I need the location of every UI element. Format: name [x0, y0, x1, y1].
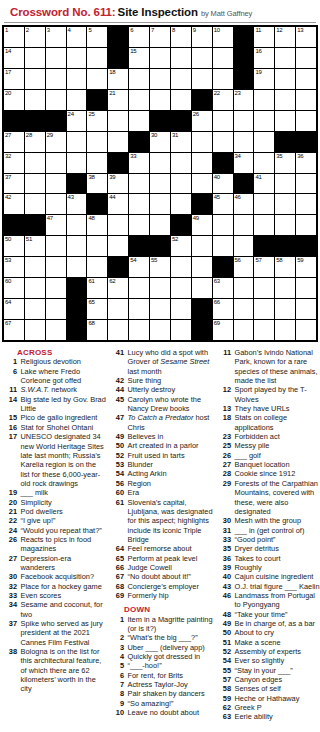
cell-r3c2[interactable] — [25, 69, 45, 89]
clue-number: 59 — [218, 694, 235, 703]
cell-number-61: 61 — [88, 278, 94, 285]
cell-number-69: 69 — [214, 320, 220, 327]
cell-number-49: 49 — [193, 215, 199, 222]
clue-number: 33 — [4, 591, 21, 600]
cell-r5c11[interactable] — [213, 111, 233, 131]
cell-r14c13[interactable] — [254, 299, 274, 319]
cell-r12c5[interactable] — [87, 257, 107, 277]
cell-r14c6[interactable] — [108, 299, 128, 319]
cell-r8c14[interactable] — [275, 174, 295, 194]
cell-r8c5[interactable]: 38 — [87, 174, 107, 194]
across-clue-61: 61Slovenia’s capital, Ljubljana, was des… — [111, 498, 213, 545]
clue-number: 7 — [111, 680, 128, 689]
cell-r6c2[interactable]: 28 — [25, 132, 45, 152]
cell-r1c10[interactable]: 9 — [192, 27, 212, 47]
cell-r15c5[interactable]: 68 — [87, 320, 107, 340]
cell-r14c1[interactable]: 64 — [4, 299, 24, 319]
down-clue-4: 4Quickly got dressed in — [111, 652, 213, 661]
down-clue-33: 33“Good point” — [218, 535, 320, 544]
cell-r9c1[interactable]: 42 — [4, 194, 24, 214]
clue-text: Era — [128, 488, 214, 497]
cell-r3c3[interactable] — [46, 69, 66, 89]
clue-number: 50 — [111, 441, 128, 450]
cell-r15c8[interactable] — [150, 320, 170, 340]
cell-r14c3[interactable] — [46, 299, 66, 319]
cell-r8c7[interactable] — [129, 174, 149, 194]
cell-r8c10[interactable] — [192, 174, 212, 194]
cell-r13c1[interactable]: 60 — [4, 278, 24, 298]
cell-r6c5[interactable] — [87, 132, 107, 152]
cell-r9c2[interactable] — [25, 194, 45, 214]
cell-r14c15[interactable] — [296, 299, 316, 319]
cell-r12c13[interactable]: 57 — [254, 257, 274, 277]
cell-r10c7[interactable] — [129, 215, 149, 235]
clue-text: Formerly hip — [128, 591, 214, 600]
cell-r11c5[interactable] — [87, 236, 107, 256]
cell-r10c8[interactable] — [150, 215, 170, 235]
cell-r15c14[interactable] — [275, 320, 295, 340]
cell-number-34: 34 — [235, 153, 241, 160]
cell-r11c3[interactable] — [46, 236, 66, 256]
cell-r13c6[interactable]: 62 — [108, 278, 128, 298]
cell-r11c10[interactable] — [192, 236, 212, 256]
cell-r10c3[interactable]: 47 — [46, 215, 66, 235]
cell-r11c11[interactable] — [213, 236, 233, 256]
cell-number-3: 3 — [47, 27, 50, 34]
clue-number: 32 — [4, 582, 21, 591]
cell-r4c2[interactable] — [25, 90, 45, 110]
cell-r14c5[interactable]: 65 — [87, 299, 107, 319]
down-clue-39: 39Roughly — [218, 563, 320, 572]
black-square-r15c10 — [192, 320, 212, 340]
cell-r14c12[interactable] — [234, 299, 254, 319]
cell-r7c14[interactable]: 35 — [275, 153, 295, 173]
clue-number: 54 — [218, 656, 235, 665]
cell-r8c1[interactable]: 37 — [4, 174, 24, 194]
crossword-grid[interactable]: 1234567891011121314151617181920212223242… — [2, 25, 318, 342]
cell-r6c1[interactable]: 27 — [4, 132, 24, 152]
cell-r3c13[interactable]: 19 — [254, 69, 274, 89]
cell-r11c6[interactable] — [108, 236, 128, 256]
cell-r1c14[interactable]: 12 — [275, 27, 295, 47]
cell-r10c13[interactable] — [254, 215, 274, 235]
black-square-r12c11 — [213, 257, 233, 277]
cell-r15c3[interactable] — [46, 320, 66, 340]
cell-r1c11[interactable]: 10 — [213, 27, 233, 47]
cell-r2c4[interactable] — [67, 48, 87, 68]
down-clue-58: 58Senses of self — [218, 684, 320, 693]
cell-r9c14[interactable] — [275, 194, 295, 214]
black-square-r3c12 — [234, 69, 254, 89]
cell-r4c14[interactable] — [275, 90, 295, 110]
down-clue-29: 29Forests of the Carpathian Mountains, c… — [218, 479, 320, 516]
cell-number-67: 67 — [5, 320, 11, 327]
clue-number: 11 — [218, 348, 235, 385]
across-clue-38: 38Bologna is on the list for this archit… — [4, 647, 106, 694]
cell-r12c7[interactable]: 54 — [129, 257, 149, 277]
cell-r9c11[interactable]: 45 — [213, 194, 233, 214]
black-square-r4c10 — [192, 90, 212, 110]
cell-number-43: 43 — [68, 194, 74, 201]
cell-r11c9[interactable]: 52 — [171, 236, 191, 256]
black-square-r10c1 — [4, 215, 24, 235]
down-clue-35: 35Dryer detritus — [218, 544, 320, 553]
clue-text: Leave no doubt about — [128, 708, 214, 717]
clue-text: Cajun cuisine ingredient — [235, 572, 320, 581]
clue-text: Lucy who did a spot with Grover of Sesam… — [128, 348, 214, 376]
cell-r10c10[interactable]: 49 — [192, 215, 212, 235]
clue-number: 61 — [111, 498, 128, 545]
cell-r4c8[interactable] — [150, 90, 170, 110]
cell-r13c2[interactable] — [25, 278, 45, 298]
cell-r5c5[interactable]: 25 — [87, 111, 107, 131]
cell-r3c7[interactable] — [129, 69, 149, 89]
cell-r1c9[interactable]: 8 — [171, 27, 191, 47]
clue-number: 54 — [111, 469, 128, 478]
cell-r7c3[interactable] — [46, 153, 66, 173]
cell-r8c13[interactable]: 41 — [254, 174, 274, 194]
clue-text: “I give up!” — [21, 516, 107, 525]
clue-number: 34 — [4, 600, 21, 619]
cell-number-44: 44 — [109, 194, 115, 201]
down-clue-55: 55“Stay in your ___” — [218, 666, 320, 675]
down-clue-30: 30Mesh with the group — [218, 516, 320, 525]
cell-r2c11[interactable] — [213, 48, 233, 68]
cell-r4c9[interactable] — [171, 90, 191, 110]
cell-r13c14[interactable] — [275, 278, 295, 298]
cell-r15c6[interactable] — [108, 320, 128, 340]
clue-number: 48 — [218, 610, 235, 619]
cell-r11c4[interactable] — [67, 236, 87, 256]
cell-r13c9[interactable] — [171, 278, 191, 298]
clue-text: Assembly of experts — [235, 647, 320, 656]
cell-r1c15[interactable]: 13 — [296, 27, 316, 47]
across-clue-24: 24“Would you repeat that?” — [4, 526, 106, 535]
cell-r9c12[interactable]: 46 — [234, 194, 254, 214]
clue-number: 67 — [111, 572, 128, 581]
cell-r6c3[interactable]: 29 — [46, 132, 66, 152]
clue-number: 8 — [111, 689, 128, 698]
cell-r9c9[interactable] — [171, 194, 191, 214]
cell-r3c14[interactable] — [275, 69, 295, 89]
cell-r15c9[interactable] — [171, 320, 191, 340]
cell-r7c2[interactable] — [25, 153, 45, 173]
cell-number-11: 11 — [255, 27, 261, 34]
cell-r15c15[interactable] — [296, 320, 316, 340]
clue-text: “Take your time” — [235, 610, 320, 619]
cell-r2c15[interactable] — [296, 48, 316, 68]
cell-r6c13[interactable] — [254, 132, 274, 152]
across-clue-68: 68Concierge’s employer — [111, 582, 213, 591]
cell-r9c13[interactable] — [254, 194, 274, 214]
cell-r13c12[interactable] — [234, 278, 254, 298]
cell-r15c1[interactable]: 67 — [4, 320, 24, 340]
clue-text: Gabon’s Ivindo National Park, known for … — [235, 348, 320, 385]
cell-r1c5[interactable]: 5 — [87, 27, 107, 47]
clue-number: 18 — [218, 413, 235, 432]
cell-number-54: 54 — [130, 257, 136, 264]
cell-r15c12[interactable] — [234, 320, 254, 340]
cell-r14c9[interactable] — [171, 299, 191, 319]
clue-text: ___ golf — [235, 451, 320, 460]
cell-number-1: 1 — [5, 27, 8, 34]
cell-r5c7[interactable] — [129, 111, 149, 131]
black-square-r14c10 — [192, 299, 212, 319]
cell-r9c15[interactable] — [296, 194, 316, 214]
cell-r11c12[interactable] — [234, 236, 254, 256]
across-clue-52: 52Fruit used in tarts — [111, 451, 213, 460]
cell-r11c2[interactable]: 51 — [25, 236, 45, 256]
cell-r6c4[interactable] — [67, 132, 87, 152]
clue-text: Uber ___ (delivery app) — [128, 643, 214, 652]
cell-r12c10[interactable] — [192, 257, 212, 277]
down-clue-62: 62Greek P — [218, 703, 320, 712]
cell-r7c4[interactable] — [67, 153, 87, 173]
cell-r10c15[interactable] — [296, 215, 316, 235]
cell-r5c10[interactable]: 26 — [192, 111, 212, 131]
cell-r8c2[interactable] — [25, 174, 45, 194]
cell-r8c8[interactable] — [150, 174, 170, 194]
clue-number: 52 — [218, 647, 235, 656]
cell-r2c14[interactable] — [275, 48, 295, 68]
cell-r13c10[interactable] — [192, 278, 212, 298]
black-square-r11c7 — [129, 236, 149, 256]
cell-r4c1[interactable]: 20 — [4, 90, 24, 110]
cell-r3c6[interactable]: 18 — [108, 69, 128, 89]
cell-r2c8[interactable] — [150, 48, 170, 68]
clue-text: Sesame and coconut, for two — [21, 600, 107, 619]
cell-r2c2[interactable] — [25, 48, 45, 68]
cell-r4c11[interactable]: 22 — [213, 90, 233, 110]
cell-r2c5[interactable] — [87, 48, 107, 68]
across-clue-69: 69Formerly hip — [111, 591, 213, 600]
cell-r7c12[interactable]: 34 — [234, 153, 254, 173]
cell-r2c7[interactable]: 15 — [129, 48, 149, 68]
cell-r7c13[interactable] — [254, 153, 274, 173]
clue-number: 47 — [111, 413, 128, 432]
cell-r5c13[interactable] — [254, 111, 274, 131]
cell-r1c7[interactable]: 6 — [129, 27, 149, 47]
cell-r12c15[interactable]: 59 — [296, 257, 316, 277]
clue-number: 13 — [218, 404, 235, 413]
cell-r14c7[interactable] — [129, 299, 149, 319]
clue-text: Spike who served as jury president at th… — [21, 619, 107, 647]
cell-r12c9[interactable] — [171, 257, 191, 277]
cell-number-14: 14 — [5, 48, 11, 55]
clue-number: 1 — [4, 357, 21, 366]
cell-r3c9[interactable] — [171, 69, 191, 89]
clue-text: Canyon edges — [235, 675, 320, 684]
clue-text: Judge Cowell — [128, 563, 214, 572]
cell-r15c7[interactable] — [129, 320, 149, 340]
cell-number-33: 33 — [130, 153, 136, 160]
cell-r7c1[interactable]: 32 — [4, 153, 24, 173]
cell-r2c3[interactable] — [46, 48, 66, 68]
cell-number-29: 29 — [47, 132, 53, 139]
cell-number-47: 47 — [47, 215, 53, 222]
cell-r2c1[interactable]: 14 — [4, 48, 24, 68]
cell-r4c7[interactable] — [129, 90, 149, 110]
clue-text: Eerie ability — [235, 712, 320, 721]
clue-text: Place for a hockey game — [21, 582, 107, 591]
clue-number: 19 — [4, 488, 21, 497]
cell-r5c4[interactable]: 24 — [67, 111, 87, 131]
cell-r1c8[interactable]: 7 — [150, 27, 170, 47]
cell-r1c2[interactable]: 2 — [25, 27, 45, 47]
cell-r1c4[interactable]: 4 — [67, 27, 87, 47]
cell-r3c11[interactable] — [213, 69, 233, 89]
clue-number: 15 — [4, 413, 21, 422]
cell-r4c15[interactable] — [296, 90, 316, 110]
cell-r12c8[interactable]: 55 — [150, 257, 170, 277]
cell-number-48: 48 — [88, 215, 94, 222]
cell-number-45: 45 — [214, 194, 220, 201]
cell-r5c12[interactable] — [234, 111, 254, 131]
cell-r7c10[interactable] — [192, 153, 212, 173]
clue-number: 1 — [111, 615, 128, 634]
cell-r4c12[interactable]: 23 — [234, 90, 254, 110]
cell-r7c9[interactable] — [171, 153, 191, 173]
cell-r8c11[interactable]: 40 — [213, 174, 233, 194]
cell-r10c5[interactable]: 48 — [87, 215, 107, 235]
cell-r2c10[interactable] — [192, 48, 212, 68]
across-clue-47: 47To Catch a Predator host Chris — [111, 413, 213, 432]
cell-r8c3[interactable] — [46, 174, 66, 194]
cell-r3c5[interactable] — [87, 69, 107, 89]
clue-number: 42 — [111, 376, 128, 385]
cell-r15c13[interactable] — [254, 320, 274, 340]
cell-r13c13[interactable] — [254, 278, 274, 298]
cell-r14c2[interactable] — [25, 299, 45, 319]
cell-r13c15[interactable] — [296, 278, 316, 298]
down-clue-8: 8Pair shaken by dancers — [111, 689, 213, 698]
cell-r4c4[interactable] — [67, 90, 87, 110]
cell-r7c8[interactable] — [150, 153, 170, 173]
clue-text: Sport played by the T-Wolves — [235, 385, 320, 404]
cell-r9c8[interactable] — [150, 194, 170, 214]
cell-r9c6[interactable]: 44 — [108, 194, 128, 214]
black-square-r5c1 — [4, 111, 24, 131]
cell-number-65: 65 — [88, 299, 94, 306]
black-square-r9c10 — [192, 194, 212, 214]
cell-r4c6[interactable]: 21 — [108, 90, 128, 110]
clue-text: They have URLs — [235, 404, 320, 413]
cell-r4c3[interactable] — [46, 90, 66, 110]
cell-r10c6[interactable] — [108, 215, 128, 235]
cell-r9c7[interactable] — [129, 194, 149, 214]
clue-number: 21 — [4, 507, 21, 516]
cell-r5c15[interactable] — [296, 111, 316, 131]
down-clue-12: 12Sport played by the T-Wolves — [218, 385, 320, 404]
cell-r12c4[interactable] — [67, 257, 87, 277]
cell-number-25: 25 — [88, 111, 94, 118]
cell-r3c15[interactable] — [296, 69, 316, 89]
clues-column-2: 41Lucy who did a spot with Grover of Ses… — [111, 348, 213, 717]
cell-r1c1[interactable]: 1 — [4, 27, 24, 47]
cell-r8c6[interactable]: 39 — [108, 174, 128, 194]
down-clue-28: 28Cookie since 1912 — [218, 469, 320, 478]
cell-r5c6[interactable] — [108, 111, 128, 131]
cell-r13c7[interactable] — [129, 278, 149, 298]
cell-r8c9[interactable] — [171, 174, 191, 194]
cell-r2c13[interactable]: 16 — [254, 48, 274, 68]
cell-r15c11[interactable]: 69 — [213, 320, 233, 340]
cell-r14c11[interactable]: 66 — [213, 299, 233, 319]
cell-r14c14[interactable] — [275, 299, 295, 319]
cell-r7c5[interactable] — [87, 153, 107, 173]
cell-number-26: 26 — [193, 111, 199, 118]
cell-r6c6[interactable] — [108, 132, 128, 152]
cell-r6c9[interactable]: 31 — [171, 132, 191, 152]
cell-r6c8[interactable]: 30 — [150, 132, 170, 152]
cell-r9c4[interactable]: 43 — [67, 194, 87, 214]
clue-text: UNESCO designated 34 new World Heritage … — [21, 432, 107, 488]
cell-r13c5[interactable]: 61 — [87, 278, 107, 298]
cell-r1c13[interactable]: 11 — [254, 27, 274, 47]
clue-number: 9 — [111, 699, 128, 708]
cell-r13c8[interactable] — [150, 278, 170, 298]
cell-r1c3[interactable]: 3 — [46, 27, 66, 47]
cell-r7c15[interactable]: 36 — [296, 153, 316, 173]
cell-r15c2[interactable] — [25, 320, 45, 340]
cell-r11c1[interactable]: 50 — [4, 236, 24, 256]
cell-r7c7[interactable]: 33 — [129, 153, 149, 173]
cell-r10c14[interactable] — [275, 215, 295, 235]
cell-r3c8[interactable] — [150, 69, 170, 89]
cell-r3c1[interactable]: 17 — [4, 69, 24, 89]
cell-r9c3[interactable] — [46, 194, 66, 214]
cell-r8c15[interactable] — [296, 174, 316, 194]
down-clue-2: 2“What’s the big ___?” — [111, 633, 213, 642]
down-clue-31: 31___ in (get control of) — [218, 526, 320, 535]
cell-r6c12[interactable] — [234, 132, 254, 152]
cell-r12c1[interactable]: 53 — [4, 257, 24, 277]
cell-r12c12[interactable]: 56 — [234, 257, 254, 277]
cell-r10c4[interactable] — [67, 215, 87, 235]
cell-r3c4[interactable] — [67, 69, 87, 89]
clue-number: 63 — [218, 712, 235, 721]
cell-number-51: 51 — [26, 236, 32, 243]
down-clue-7: 7Actress Taylor-Joy — [111, 680, 213, 689]
cell-r3c10[interactable] — [192, 69, 212, 89]
clue-number: 60 — [111, 488, 128, 497]
cell-r12c3[interactable] — [46, 257, 66, 277]
cell-r6c10[interactable] — [192, 132, 212, 152]
cell-r13c3[interactable] — [46, 278, 66, 298]
cell-r14c8[interactable] — [150, 299, 170, 319]
cell-r12c14[interactable]: 58 — [275, 257, 295, 277]
cell-r12c2[interactable] — [25, 257, 45, 277]
cell-number-63: 63 — [214, 278, 220, 285]
cell-r10c12[interactable] — [234, 215, 254, 235]
cell-r6c11[interactable] — [213, 132, 233, 152]
clue-text: Slovenia’s capital, Ljubljana, was desig… — [128, 498, 214, 545]
cell-r4c13[interactable] — [254, 90, 274, 110]
cell-r2c9[interactable] — [171, 48, 191, 68]
down-clue-11: 11Gabon’s Ivindo National Park, known fo… — [218, 348, 320, 385]
black-square-r6c15 — [296, 132, 316, 152]
cell-r13c11[interactable]: 63 — [213, 278, 233, 298]
cell-r5c14[interactable] — [275, 111, 295, 131]
cell-number-24: 24 — [68, 111, 74, 118]
cell-number-52: 52 — [172, 236, 178, 243]
cell-r10c11[interactable] — [213, 215, 233, 235]
clue-text: Forests of the Carpathian Mountains, cov… — [235, 479, 320, 516]
clue-number: 33 — [218, 535, 235, 544]
clue-number: 46 — [218, 591, 235, 610]
clue-number: 26 — [4, 535, 21, 554]
cell-number-9: 9 — [193, 27, 196, 34]
